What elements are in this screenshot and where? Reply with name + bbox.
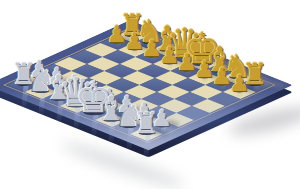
piece-layer: ♜♞♝♛♚♝♞♜♟♟♟♟♟♟♟♟♟♟♟♟♟♟♟♟♜♞♝♛♚♝♞♜: [0, 0, 300, 189]
piece-black-pawn-h7: ♟: [229, 72, 250, 95]
piece-white-rook-h1: ♜: [133, 109, 159, 138]
chess-set-photo: ♜♞♝♛♚♝♞♜♟♟♟♟♟♟♟♟♟♟♟♟♟♟♟♟♜♞♝♛♚♝♞♜: [0, 0, 300, 189]
